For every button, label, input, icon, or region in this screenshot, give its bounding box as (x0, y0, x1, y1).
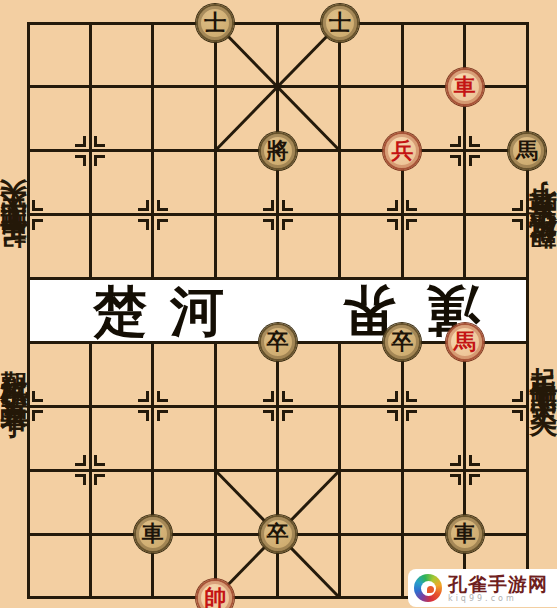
point-marker (94, 455, 105, 466)
piece-red-soldier[interactable]: 兵 (383, 132, 421, 170)
point-marker (263, 410, 274, 421)
point-marker (406, 200, 417, 211)
point-marker (469, 474, 480, 485)
point-marker (32, 391, 43, 402)
point-marker (450, 455, 461, 466)
point-marker (387, 391, 398, 402)
piece-black-soldier[interactable]: 卒 (259, 515, 297, 553)
point-marker (157, 200, 168, 211)
xiangqi-screenshot: 士士車將兵馬卒卒馬車卒車帥 楚河 漢界 起手無回大丈夫 觀棋不語真君子 觀棋不語… (0, 0, 557, 608)
point-marker (138, 200, 149, 211)
river-label-chu-he: 楚河 (93, 281, 247, 341)
point-marker (75, 155, 86, 166)
watermark-url: kiq99.com (448, 594, 548, 603)
point-marker (450, 474, 461, 485)
point-marker (75, 136, 86, 147)
point-marker (94, 136, 105, 147)
couplet-left-top: 起手無回大丈夫 (0, 27, 28, 272)
point-marker (94, 155, 105, 166)
point-marker (138, 410, 149, 421)
point-marker (282, 219, 293, 230)
point-marker (282, 391, 293, 402)
piece-red-chariot[interactable]: 車 (446, 68, 484, 106)
point-marker (138, 391, 149, 402)
piece-red-horse[interactable]: 馬 (446, 323, 484, 361)
point-marker (406, 219, 417, 230)
watermark[interactable]: 孔雀手游网 kiq99.com (408, 569, 557, 607)
point-marker (512, 200, 523, 211)
point-marker (450, 155, 461, 166)
point-marker (512, 219, 523, 230)
point-marker (157, 410, 168, 421)
point-marker (263, 200, 274, 211)
couplet-left-bottom: 觀棋不語真君子 (0, 348, 28, 593)
piece-black-chariot[interactable]: 車 (446, 515, 484, 553)
piece-black-advisor[interactable]: 士 (196, 4, 234, 42)
piece-black-general[interactable]: 將 (259, 132, 297, 170)
point-marker (469, 155, 480, 166)
point-marker (387, 219, 398, 230)
point-marker (32, 410, 43, 421)
point-marker (75, 474, 86, 485)
point-marker (512, 410, 523, 421)
piece-black-soldier[interactable]: 卒 (259, 323, 297, 361)
point-marker (263, 391, 274, 402)
piece-black-chariot[interactable]: 車 (134, 515, 172, 553)
point-marker (387, 410, 398, 421)
point-marker (157, 391, 168, 402)
point-marker (263, 219, 274, 230)
point-marker (469, 136, 480, 147)
peacock-logo-icon (414, 574, 442, 602)
point-marker (157, 219, 168, 230)
point-marker (138, 219, 149, 230)
piece-black-advisor[interactable]: 士 (321, 4, 359, 42)
point-marker (406, 410, 417, 421)
point-marker (32, 200, 43, 211)
point-marker (512, 391, 523, 402)
point-marker (469, 455, 480, 466)
point-marker (75, 455, 86, 466)
point-marker (32, 219, 43, 230)
piece-black-horse[interactable]: 馬 (508, 132, 546, 170)
point-marker (450, 136, 461, 147)
point-marker (282, 410, 293, 421)
point-marker (94, 474, 105, 485)
point-marker (406, 391, 417, 402)
point-marker (387, 200, 398, 211)
couplet-right-bottom: 起手無回大丈夫 (529, 344, 557, 589)
watermark-title: 孔雀手游网 (448, 574, 548, 594)
watermark-text: 孔雀手游网 kiq99.com (448, 574, 548, 603)
point-marker (282, 200, 293, 211)
